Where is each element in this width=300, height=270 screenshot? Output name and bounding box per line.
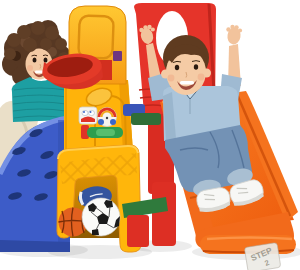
- brand-sticker: [113, 51, 122, 61]
- red-post: [152, 182, 176, 246]
- bird-spinner-toy: [79, 107, 97, 124]
- brand-watermark: STEP 2: [244, 242, 281, 270]
- red-post-2: [127, 215, 149, 247]
- green-step-upper: [131, 113, 161, 125]
- photo-canvas: STEP 2: [0, 0, 300, 270]
- green-roller-bar: [87, 127, 123, 138]
- playset-scene: STEP 2: [0, 0, 300, 270]
- soccer-ball: [82, 198, 120, 236]
- rainbow-spinner-toy: [98, 108, 117, 127]
